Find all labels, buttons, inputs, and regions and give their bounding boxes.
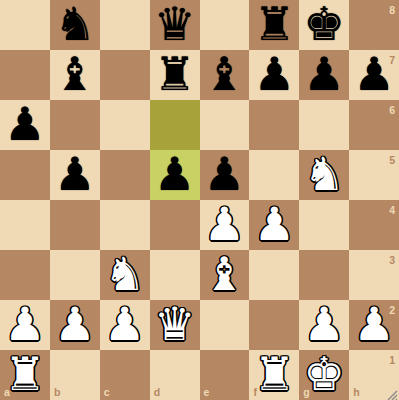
square-h6[interactable]: 6 xyxy=(349,100,399,150)
square-e2[interactable] xyxy=(200,300,250,350)
square-e1[interactable]: e xyxy=(200,350,250,400)
square-f1[interactable]: ♜f xyxy=(249,350,299,400)
square-g6[interactable] xyxy=(299,100,349,150)
square-d2[interactable]: ♛ xyxy=(150,300,200,350)
square-b7[interactable]: ♝ xyxy=(50,50,100,100)
square-a4[interactable] xyxy=(0,200,50,250)
square-c8[interactable] xyxy=(100,0,150,50)
white-pawn[interactable]: ♟ xyxy=(104,301,145,347)
square-f2[interactable] xyxy=(249,300,299,350)
white-bishop[interactable]: ♝ xyxy=(204,251,245,297)
white-queen[interactable]: ♛ xyxy=(154,301,195,347)
square-c7[interactable] xyxy=(100,50,150,100)
square-f7[interactable]: ♟ xyxy=(249,50,299,100)
square-a8[interactable] xyxy=(0,0,50,50)
square-d5[interactable]: ♟ xyxy=(150,150,200,200)
black-knight[interactable]: ♞ xyxy=(54,1,95,47)
square-d4[interactable] xyxy=(150,200,200,250)
square-d8[interactable]: ♛ xyxy=(150,0,200,50)
square-h8[interactable]: 8 xyxy=(349,0,399,50)
coord-file-c: c xyxy=(104,387,110,398)
square-g4[interactable] xyxy=(299,200,349,250)
white-rook[interactable]: ♜ xyxy=(4,351,45,397)
square-g5[interactable]: ♞ xyxy=(299,150,349,200)
white-rook[interactable]: ♜ xyxy=(254,351,295,397)
square-g7[interactable]: ♟ xyxy=(299,50,349,100)
board-resize-handle-icon[interactable] xyxy=(386,387,398,399)
black-rook[interactable]: ♜ xyxy=(254,1,295,47)
square-d6[interactable] xyxy=(150,100,200,150)
coord-rank-3: 3 xyxy=(389,255,395,266)
square-c2[interactable]: ♟ xyxy=(100,300,150,350)
square-f6[interactable] xyxy=(249,100,299,150)
square-c5[interactable] xyxy=(100,150,150,200)
black-pawn[interactable]: ♟ xyxy=(54,151,95,197)
square-f4[interactable]: ♟ xyxy=(249,200,299,250)
coord-rank-8: 8 xyxy=(389,5,395,16)
chess-board[interactable]: ♞♛♜♚8♝♜♝♟♟♟7♟6♟♟♟♞5♟♟4♞♝3♟♟♟♛♟♟2♜abcde♜f… xyxy=(0,0,399,400)
square-g8[interactable]: ♚ xyxy=(299,0,349,50)
coord-file-h: h xyxy=(353,387,359,398)
square-e5[interactable]: ♟ xyxy=(200,150,250,200)
square-b3[interactable] xyxy=(50,250,100,300)
square-a7[interactable] xyxy=(0,50,50,100)
square-h5[interactable]: 5 xyxy=(349,150,399,200)
square-h7[interactable]: ♟7 xyxy=(349,50,399,100)
square-h2[interactable]: ♟2 xyxy=(349,300,399,350)
square-b5[interactable]: ♟ xyxy=(50,150,100,200)
square-e3[interactable]: ♝ xyxy=(200,250,250,300)
black-pawn[interactable]: ♟ xyxy=(4,101,45,147)
black-queen[interactable]: ♛ xyxy=(154,1,195,47)
black-pawn[interactable]: ♟ xyxy=(154,151,195,197)
white-knight[interactable]: ♞ xyxy=(304,151,345,197)
white-pawn[interactable]: ♟ xyxy=(304,301,345,347)
white-knight[interactable]: ♞ xyxy=(104,251,145,297)
coord-rank-4: 4 xyxy=(389,205,395,216)
white-pawn[interactable]: ♟ xyxy=(204,201,245,247)
coord-rank-2: 2 xyxy=(389,305,395,316)
square-c6[interactable] xyxy=(100,100,150,150)
square-f3[interactable] xyxy=(249,250,299,300)
black-king[interactable]: ♚ xyxy=(304,1,345,47)
square-e4[interactable]: ♟ xyxy=(200,200,250,250)
square-b4[interactable] xyxy=(50,200,100,250)
black-pawn[interactable]: ♟ xyxy=(304,51,345,97)
white-pawn[interactable]: ♟ xyxy=(4,301,45,347)
black-bishop[interactable]: ♝ xyxy=(54,51,95,97)
coord-file-g: g xyxy=(303,387,309,398)
square-g2[interactable]: ♟ xyxy=(299,300,349,350)
square-d3[interactable] xyxy=(150,250,200,300)
white-king[interactable]: ♚ xyxy=(304,351,345,397)
square-d1[interactable]: d xyxy=(150,350,200,400)
coord-file-f: f xyxy=(253,387,257,398)
square-a2[interactable]: ♟ xyxy=(0,300,50,350)
square-f5[interactable] xyxy=(249,150,299,200)
coord-rank-1: 1 xyxy=(389,355,395,366)
square-g1[interactable]: ♚g xyxy=(299,350,349,400)
coord-rank-5: 5 xyxy=(389,155,395,166)
coord-rank-7: 7 xyxy=(389,55,395,66)
square-e7[interactable]: ♝ xyxy=(200,50,250,100)
square-b2[interactable]: ♟ xyxy=(50,300,100,350)
coord-file-b: b xyxy=(54,387,60,398)
square-d7[interactable]: ♜ xyxy=(150,50,200,100)
square-c1[interactable]: c xyxy=(100,350,150,400)
square-a1[interactable]: ♜a xyxy=(0,350,50,400)
square-f8[interactable]: ♜ xyxy=(249,0,299,50)
coord-file-d: d xyxy=(154,387,160,398)
coord-file-a: a xyxy=(4,387,10,398)
square-h3[interactable]: 3 xyxy=(349,250,399,300)
square-e6[interactable] xyxy=(200,100,250,150)
square-g3[interactable] xyxy=(299,250,349,300)
white-pawn[interactable]: ♟ xyxy=(254,201,295,247)
black-pawn[interactable]: ♟ xyxy=(254,51,295,97)
square-b8[interactable]: ♞ xyxy=(50,0,100,50)
coord-rank-6: 6 xyxy=(389,105,395,116)
square-b6[interactable] xyxy=(50,100,100,150)
square-a5[interactable] xyxy=(0,150,50,200)
black-pawn[interactable]: ♟ xyxy=(204,151,245,197)
black-rook[interactable]: ♜ xyxy=(154,51,195,97)
white-pawn[interactable]: ♟ xyxy=(54,301,95,347)
square-c4[interactable] xyxy=(100,200,150,250)
square-c3[interactable]: ♞ xyxy=(100,250,150,300)
square-h4[interactable]: 4 xyxy=(349,200,399,250)
square-a3[interactable] xyxy=(0,250,50,300)
square-b1[interactable]: b xyxy=(50,350,100,400)
square-a6[interactable]: ♟ xyxy=(0,100,50,150)
black-bishop[interactable]: ♝ xyxy=(204,51,245,97)
coord-file-e: e xyxy=(204,387,210,398)
square-e8[interactable] xyxy=(200,0,250,50)
